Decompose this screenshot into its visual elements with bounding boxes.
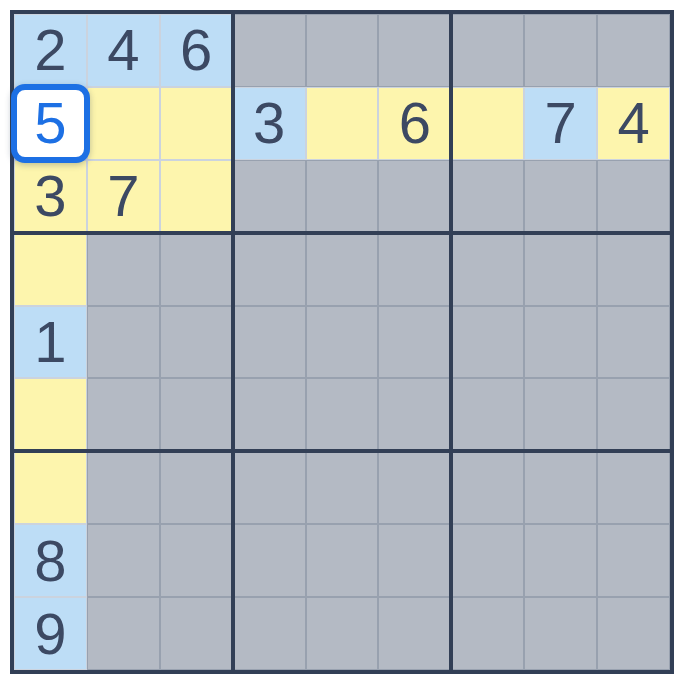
cell-r9c6: [378, 597, 451, 670]
cell-r9c1[interactable]: 9: [14, 597, 87, 670]
cell-r9c9: [597, 597, 670, 670]
sudoku-app: 2465367437189: [0, 0, 684, 684]
cell-r3c7: [451, 160, 524, 233]
cell-r5c1[interactable]: 1: [14, 306, 87, 379]
cell-r7c9: [597, 451, 670, 524]
cell-r4c3: [160, 233, 233, 306]
cell-r2c6[interactable]: 6: [378, 87, 451, 160]
cell-r1c7: [451, 14, 524, 87]
cell-r6c4: [233, 378, 306, 451]
cell-r8c4: [233, 524, 306, 597]
cell-r1c8: [524, 14, 597, 87]
cell-r3c3[interactable]: [160, 160, 233, 233]
cell-r9c5: [306, 597, 379, 670]
cell-r5c6: [378, 306, 451, 379]
cell-r8c1[interactable]: 8: [14, 524, 87, 597]
cell-r6c9: [597, 378, 670, 451]
cell-r4c4: [233, 233, 306, 306]
cell-r2c2[interactable]: [87, 87, 160, 160]
cell-r7c4: [233, 451, 306, 524]
cell-r7c8: [524, 451, 597, 524]
cell-digit: 9: [34, 605, 66, 663]
cell-r2c8[interactable]: 7: [524, 87, 597, 160]
cell-digit: 8: [34, 532, 66, 590]
cell-r2c7[interactable]: [451, 87, 524, 160]
cell-r4c1[interactable]: [14, 233, 87, 306]
cell-digit: 2: [34, 21, 66, 79]
cell-r5c3: [160, 306, 233, 379]
cell-r4c6: [378, 233, 451, 306]
cell-digit: 1: [34, 313, 66, 371]
cell-r4c5: [306, 233, 379, 306]
cell-digit: 7: [545, 94, 577, 152]
cell-digit: 3: [34, 167, 66, 225]
cell-r4c2: [87, 233, 160, 306]
cell-r1c5: [306, 14, 379, 87]
cell-r9c7: [451, 597, 524, 670]
cell-r5c8: [524, 306, 597, 379]
cell-r3c4: [233, 160, 306, 233]
cell-r5c2: [87, 306, 160, 379]
cell-r7c2: [87, 451, 160, 524]
cell-digit: 4: [617, 94, 649, 152]
cell-r1c9: [597, 14, 670, 87]
cell-r1c6: [378, 14, 451, 87]
cell-digit: 7: [107, 167, 139, 225]
cell-r8c6: [378, 524, 451, 597]
cell-r1c2[interactable]: 4: [87, 14, 160, 87]
box-divider-horizontal-2: [14, 449, 670, 453]
cell-r4c8: [524, 233, 597, 306]
cell-r6c1[interactable]: [14, 378, 87, 451]
cell-r1c3[interactable]: 6: [160, 14, 233, 87]
cell-r8c8: [524, 524, 597, 597]
cell-r7c6: [378, 451, 451, 524]
cell-r3c1[interactable]: 3: [14, 160, 87, 233]
cell-r7c1[interactable]: [14, 451, 87, 524]
cell-r2c1[interactable]: 5: [14, 87, 87, 160]
cell-r9c8: [524, 597, 597, 670]
cell-r2c5[interactable]: [306, 87, 379, 160]
sudoku-board: 2465367437189: [10, 10, 674, 674]
cell-digit: 6: [399, 94, 431, 152]
cell-r5c4: [233, 306, 306, 379]
cell-r2c4[interactable]: 3: [233, 87, 306, 160]
cell-r3c6: [378, 160, 451, 233]
cell-r9c4: [233, 597, 306, 670]
cell-r1c1[interactable]: 2: [14, 14, 87, 87]
cell-digit: 6: [180, 21, 212, 79]
cell-r8c5: [306, 524, 379, 597]
cell-r8c9: [597, 524, 670, 597]
cell-r2c3[interactable]: [160, 87, 233, 160]
cell-r3c9: [597, 160, 670, 233]
cell-r8c2: [87, 524, 160, 597]
cell-r6c3: [160, 378, 233, 451]
cell-r6c8: [524, 378, 597, 451]
cell-r8c3: [160, 524, 233, 597]
box-divider-vertical-2: [449, 14, 453, 670]
cell-r6c5: [306, 378, 379, 451]
cell-r1c4: [233, 14, 306, 87]
cell-r4c9: [597, 233, 670, 306]
cell-r2c9[interactable]: 4: [597, 87, 670, 160]
box-divider-horizontal-1: [14, 231, 670, 235]
cell-digit: 4: [107, 21, 139, 79]
cell-digit: 3: [253, 94, 285, 152]
cell-r6c2: [87, 378, 160, 451]
cell-r5c7: [451, 306, 524, 379]
cell-r9c2: [87, 597, 160, 670]
cell-r7c5: [306, 451, 379, 524]
box-divider-vertical-1: [231, 14, 235, 670]
cell-r3c5: [306, 160, 379, 233]
cell-r8c7: [451, 524, 524, 597]
cell-r3c2[interactable]: 7: [87, 160, 160, 233]
cell-r9c3: [160, 597, 233, 670]
cell-r3c8: [524, 160, 597, 233]
cell-r6c7: [451, 378, 524, 451]
cell-r4c7: [451, 233, 524, 306]
cell-r5c5: [306, 306, 379, 379]
cell-digit: 5: [34, 94, 66, 152]
cell-r7c3: [160, 451, 233, 524]
cell-r6c6: [378, 378, 451, 451]
cell-r7c7: [451, 451, 524, 524]
cell-r5c9: [597, 306, 670, 379]
